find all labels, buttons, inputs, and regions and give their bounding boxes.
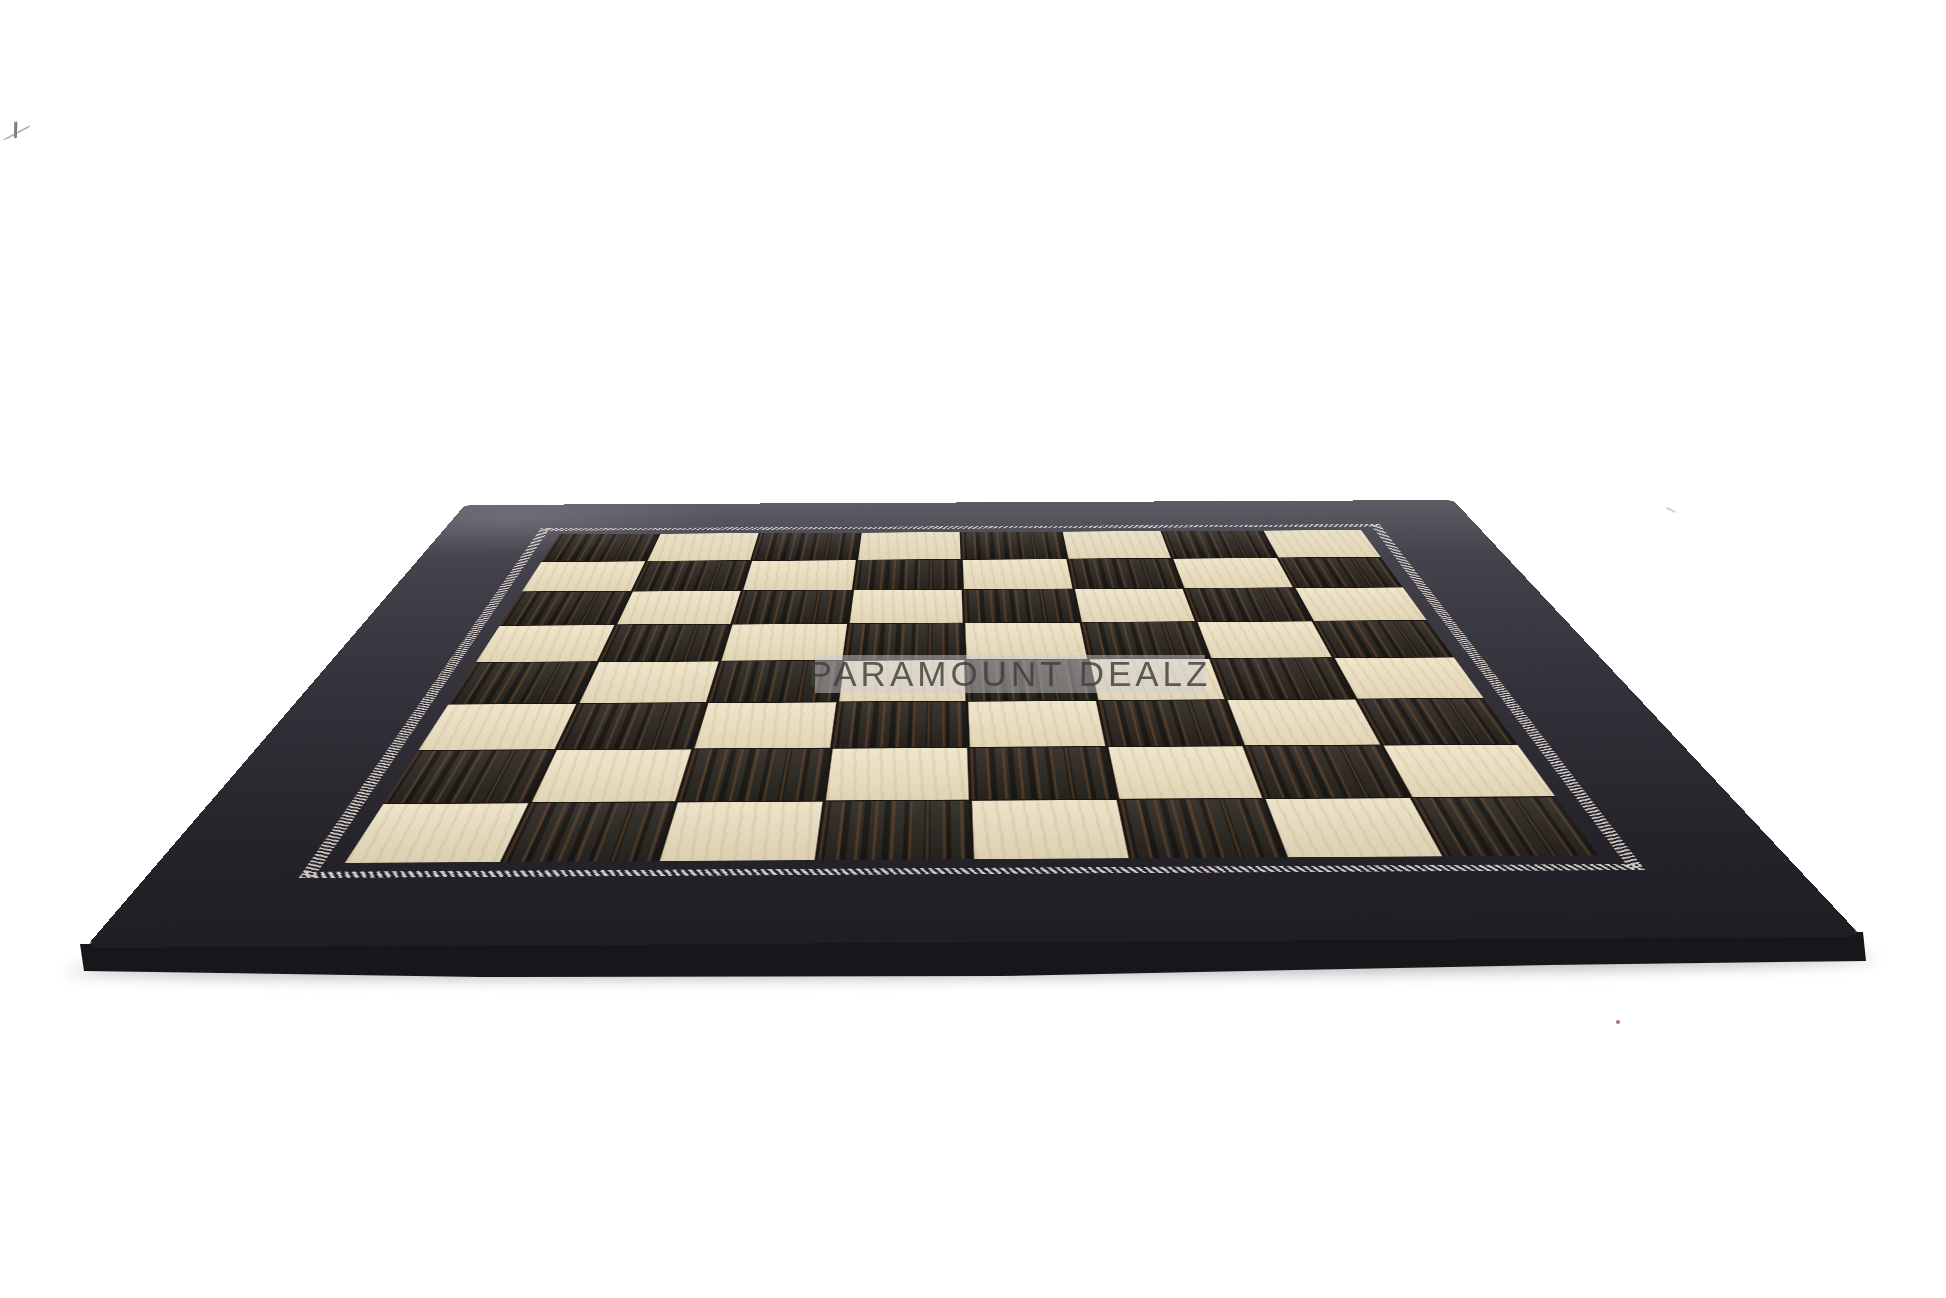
square-r8c1: [345, 803, 528, 863]
square-r2c8: [1278, 557, 1402, 587]
photo-dust-dash: [1666, 507, 1676, 513]
square-r2c4: [854, 560, 962, 590]
square-r4c8: [1314, 621, 1454, 658]
watermark-band: PARAMOUNT DEALZ: [815, 655, 1205, 693]
watermark-text: PARAMOUNT DEALZ: [809, 655, 1212, 693]
square-r7c3: [678, 749, 829, 801]
square-r5c2: [579, 661, 719, 702]
square-r3c8: [1295, 587, 1427, 620]
product-photo: PARAMOUNT DEALZ: [0, 0, 1946, 1298]
photo-scribble-artifact: [0, 120, 31, 140]
square-r2c3: [743, 560, 855, 590]
square-r2c2: [633, 561, 750, 591]
square-r4c7: [1197, 621, 1331, 658]
square-r1c4: [858, 532, 961, 559]
square-r1c2: [647, 533, 758, 560]
square-r6c3: [694, 702, 835, 748]
chess-board: [85, 500, 1862, 948]
square-r8c5: [972, 800, 1128, 860]
square-r4c1: [476, 625, 614, 662]
square-r6c4: [832, 701, 967, 747]
square-r3c7: [1185, 588, 1311, 621]
square-r1c6: [1062, 531, 1171, 558]
square-r2c1: [522, 561, 645, 591]
square-r7c5: [970, 747, 1116, 799]
square-r6c7: [1228, 699, 1380, 745]
square-r2c5: [963, 559, 1072, 589]
square-r1c1: [542, 534, 658, 561]
square-r6c6: [1098, 700, 1242, 746]
square-r8c3: [660, 801, 822, 861]
photo-dust-dot: [1616, 1020, 1620, 1024]
square-r2c7: [1173, 558, 1292, 588]
square-r8c4: [817, 800, 971, 860]
square-r1c8: [1263, 530, 1381, 557]
square-r5c7: [1212, 658, 1354, 699]
square-r7c2: [531, 749, 691, 801]
square-r2c6: [1068, 559, 1182, 589]
square-r8c6: [1119, 799, 1285, 858]
square-r1c3: [752, 533, 859, 560]
square-r7c1: [384, 750, 553, 802]
board-surface: [85, 500, 1862, 948]
square-r8c8: [1412, 797, 1598, 856]
square-r3c5: [964, 589, 1079, 622]
square-r6c1: [419, 704, 576, 750]
square-r3c3: [733, 590, 851, 623]
square-r7c4: [825, 748, 969, 800]
square-r6c2: [557, 703, 706, 749]
square-r8c7: [1265, 798, 1441, 857]
square-r7c7: [1245, 746, 1408, 798]
square-r3c1: [500, 592, 630, 625]
inlay-border-bottom: [299, 864, 1645, 878]
square-r7c6: [1108, 746, 1262, 798]
square-r7c8: [1383, 745, 1555, 797]
square-r4c2: [599, 624, 730, 661]
square-r8c2: [502, 802, 674, 862]
square-r5c1: [449, 662, 596, 703]
square-r5c8: [1334, 657, 1483, 698]
square-r3c6: [1074, 589, 1194, 622]
square-r6c5: [968, 701, 1104, 747]
square-r1c5: [962, 532, 1066, 559]
checkerboard-field: [345, 530, 1598, 863]
square-r3c2: [617, 591, 741, 624]
square-r1c7: [1163, 531, 1276, 558]
square-r6c8: [1357, 699, 1517, 745]
square-r3c4: [849, 590, 963, 623]
